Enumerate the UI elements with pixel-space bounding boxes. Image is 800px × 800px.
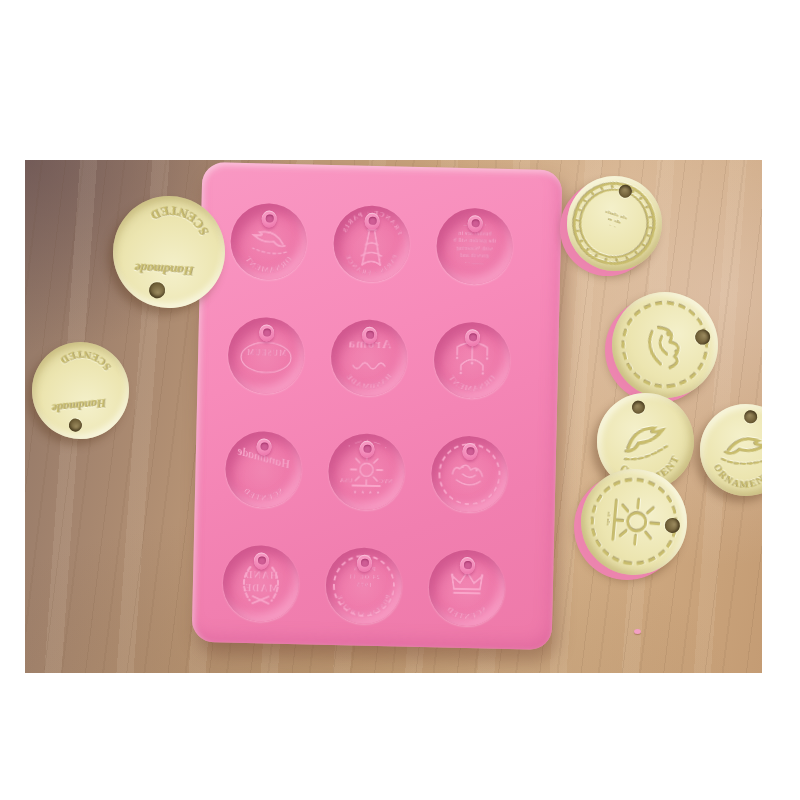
mold-cavity-2: FRANCE · PARISPARIS · FRANCE [333,205,411,283]
mold-cavity-9 [431,435,509,513]
svg-text:PARIS · FRANCE: PARIS · FRANCE [344,252,399,276]
tag-scented-handmade-b: HandmadeSCENTED [26,336,136,446]
emboss-text-stack: HANDMADE [223,567,300,596]
svg-text:HANDMADE: HANDMADE [343,371,393,392]
svg-text:ORNAMENT: ORNAMENT [446,372,498,394]
emboss-word: NYC [379,477,393,484]
mold-cavity-7: HandmadeSCENTED [225,431,303,509]
cast-tag-7: ıl ılı [581,469,687,575]
mold-cavity-6: ORNAMENT [433,321,511,399]
svg-text:SCENTED: SCENTED [56,345,114,373]
mold-cavity-12: SCENTED [428,549,506,627]
tag-sun-medal: ıl ılı [577,465,692,580]
tag-dove-ornament-b: ORNAMENT [694,398,762,502]
svg-text:SCENTED: SCENTED [444,604,489,622]
emboss-line: MADE [223,581,299,596]
product-photo-page: ORNAMENT FRANCE · PARISPARIS · FRANCE · … [0,0,800,800]
silicone-mold: ORNAMENT FRANCE · PARISPARIS · FRANCE · … [192,162,563,650]
svg-text:POSTAL SERVICE: POSTAL SERVICE [336,593,392,619]
mold-cavity-10: HANDMADE [222,545,300,623]
mold-cavity-5: AromaHANDMADE [330,319,408,397]
emboss-line: —— · · [446,259,502,268]
emboss-word: USA [340,476,353,483]
cast-tag-2: HandmadeSCENTED [32,342,129,439]
mold-cavity-11: PARIS24 OC 111975POSTAL SERVICE [325,547,403,625]
cast-tag-3: ılıılı ılııı ılı· · [567,176,662,271]
photo: ORNAMENT FRANCE · PARISPARIS · FRANCE · … [25,160,762,673]
svg-text:ORNAMENT: ORNAMENT [710,461,762,494]
cast-tag-6: ORNAMENT [700,404,762,496]
cavity-grid: ORNAMENT FRANCE · PARISPARIS · FRANCE · … [222,203,513,627]
pink-crumb [634,629,641,634]
cast-tag-1: HandmadeSCENTED [113,196,225,308]
mold-cavity-1: ORNAMENT [230,203,308,281]
mold-cavity-4: MUSEUM [227,317,305,395]
mold-cavity-3: · — ——bushes are inthe garden will bwith… [436,207,514,285]
svg-text:ORNAMENT: ORNAMENT [242,254,294,276]
cast-tag-4 [612,292,718,398]
emboss-word-pair: NYCUSA [340,476,393,484]
mold-cavity-8: · — · — ·NYCUSA★ ★ ★ ★ [328,433,406,511]
svg-text:SCENTED: SCENTED [241,485,286,503]
